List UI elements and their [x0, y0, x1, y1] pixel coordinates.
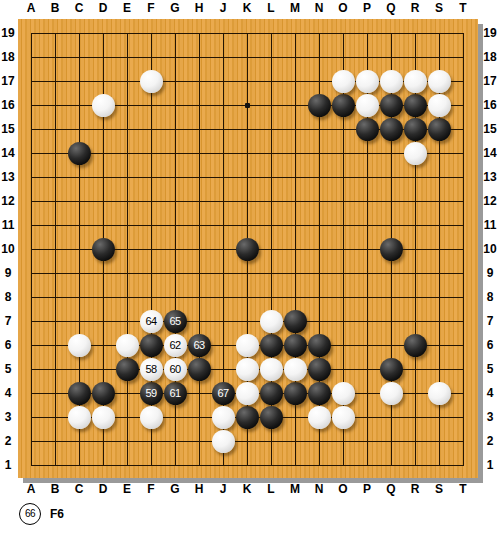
col-label-top-H: H — [195, 1, 204, 15]
grid-line-row-13 — [31, 177, 464, 178]
col-label-top-O: O — [338, 1, 347, 15]
move-caption: 66 F6 — [19, 502, 64, 525]
row-label-right-18: 18 — [483, 50, 496, 64]
caption-move-number: 66 — [25, 508, 35, 519]
col-label-top-J: J — [220, 1, 227, 15]
stone-black-P15 — [356, 118, 379, 141]
row-label-left-18: 18 — [1, 50, 14, 64]
row-label-right-1: 1 — [487, 458, 494, 472]
col-label-top-G: G — [170, 1, 179, 15]
stone-black-G4: 61 — [164, 382, 187, 405]
stone-white-F5: 58 — [140, 358, 163, 381]
stone-white-J2 — [212, 430, 235, 453]
col-label-top-C: C — [75, 1, 84, 15]
row-label-right-5: 5 — [487, 362, 494, 376]
row-label-left-12: 12 — [1, 194, 14, 208]
col-label-top-K: K — [243, 1, 252, 15]
col-label-bottom-L: L — [267, 482, 274, 496]
row-label-right-4: 4 — [487, 386, 494, 400]
stone-white-S4 — [428, 382, 451, 405]
caption-coordinate: F6 — [50, 507, 64, 521]
col-label-bottom-C: C — [75, 482, 84, 496]
col-label-top-L: L — [267, 1, 274, 15]
stone-black-C4 — [68, 382, 91, 405]
col-label-top-M: M — [290, 1, 300, 15]
col-label-top-T: T — [459, 1, 466, 15]
stone-white-O17 — [332, 70, 355, 93]
stone-white-O4 — [332, 382, 355, 405]
col-label-bottom-B: B — [51, 482, 60, 496]
row-label-left-11: 11 — [2, 218, 15, 232]
row-label-left-13: 13 — [1, 170, 14, 184]
stone-black-N6 — [308, 334, 331, 357]
row-label-right-3: 3 — [487, 410, 494, 424]
stone-white-P16 — [356, 94, 379, 117]
stone-black-H5 — [188, 358, 211, 381]
stone-white-D16 — [92, 94, 115, 117]
stone-black-Q16 — [380, 94, 403, 117]
stone-white-E6 — [116, 334, 139, 357]
col-label-bottom-H: H — [195, 482, 204, 496]
stone-black-L6 — [260, 334, 283, 357]
grid-line-row-8 — [31, 297, 464, 298]
stone-white-K6 — [236, 334, 259, 357]
row-label-right-17: 17 — [483, 74, 496, 88]
row-label-left-6: 6 — [5, 338, 12, 352]
row-label-left-4: 4 — [5, 386, 12, 400]
stone-white-G5: 60 — [164, 358, 187, 381]
go-diagram-page: AABBCCDDEEFFGGHHJJKKLLMMNNOOPPQQRRSSTT19… — [0, 0, 500, 537]
stone-white-Q4 — [380, 382, 403, 405]
col-label-bottom-J: J — [220, 482, 227, 496]
stone-black-Q10 — [380, 238, 403, 261]
stone-white-L7 — [260, 310, 283, 333]
stone-black-S15 — [428, 118, 451, 141]
grid-line-row-7 — [31, 321, 464, 322]
stone-black-L4 — [260, 382, 283, 405]
row-label-right-16: 16 — [483, 98, 496, 112]
grid-line-row-19 — [31, 33, 464, 34]
stone-black-M6 — [284, 334, 307, 357]
col-label-bottom-P: P — [363, 482, 371, 496]
grid-line-row-2 — [31, 441, 464, 442]
grid-line-row-1 — [31, 465, 464, 466]
col-label-top-Q: Q — [386, 1, 395, 15]
col-label-bottom-A: A — [27, 482, 36, 496]
grid-line-row-9 — [31, 273, 464, 274]
row-label-right-8: 8 — [487, 290, 494, 304]
row-label-left-14: 14 — [1, 146, 14, 160]
row-label-right-14: 14 — [483, 146, 496, 160]
row-label-right-10: 10 — [483, 242, 496, 256]
row-label-left-7: 7 — [5, 314, 12, 328]
row-label-right-12: 12 — [483, 194, 496, 208]
stone-black-M4 — [284, 382, 307, 405]
grid-line-row-12 — [31, 201, 464, 202]
stone-black-Q15 — [380, 118, 403, 141]
row-label-right-7: 7 — [487, 314, 494, 328]
stone-white-D3 — [92, 406, 115, 429]
stone-white-F7: 64 — [140, 310, 163, 333]
col-label-top-N: N — [315, 1, 324, 15]
col-label-bottom-Q: Q — [386, 482, 395, 496]
stone-black-C14 — [68, 142, 91, 165]
col-label-top-D: D — [99, 1, 108, 15]
row-label-left-17: 17 — [1, 74, 14, 88]
stone-white-M5 — [284, 358, 307, 381]
row-label-left-5: 5 — [5, 362, 12, 376]
stone-white-R17 — [404, 70, 427, 93]
stone-black-F4: 59 — [140, 382, 163, 405]
stone-white-N3 — [308, 406, 331, 429]
col-label-top-F: F — [147, 1, 154, 15]
row-label-right-9: 9 — [487, 266, 494, 280]
col-label-bottom-D: D — [99, 482, 108, 496]
stone-white-F3 — [140, 406, 163, 429]
stone-black-J4: 67 — [212, 382, 235, 405]
stone-black-D4 — [92, 382, 115, 405]
row-label-left-19: 19 — [1, 26, 14, 40]
stone-black-R6 — [404, 334, 427, 357]
row-label-left-10: 10 — [1, 242, 14, 256]
col-label-bottom-G: G — [170, 482, 179, 496]
stone-black-K3 — [236, 406, 259, 429]
col-label-top-S: S — [435, 1, 443, 15]
stone-black-Q5 — [380, 358, 403, 381]
stone-white-L5 — [260, 358, 283, 381]
star-point-K16 — [245, 103, 250, 108]
row-label-right-11: 11 — [484, 218, 497, 232]
col-label-bottom-R: R — [411, 482, 420, 496]
stone-white-J3 — [212, 406, 235, 429]
row-label-left-1: 1 — [5, 458, 12, 472]
stone-black-N16 — [308, 94, 331, 117]
stone-white-F17 — [140, 70, 163, 93]
stone-black-R16 — [404, 94, 427, 117]
col-label-bottom-E: E — [123, 482, 131, 496]
row-label-left-2: 2 — [5, 434, 12, 448]
row-label-left-15: 15 — [1, 122, 14, 136]
stone-black-G7: 65 — [164, 310, 187, 333]
stone-black-K10 — [236, 238, 259, 261]
stone-black-F6 — [140, 334, 163, 357]
stone-black-O16 — [332, 94, 355, 117]
caption-stone-icon: 66 — [19, 503, 41, 525]
row-label-left-8: 8 — [5, 290, 12, 304]
stone-black-M7 — [284, 310, 307, 333]
stone-black-H6: 63 — [188, 334, 211, 357]
stone-white-C6 — [68, 334, 91, 357]
stone-black-L3 — [260, 406, 283, 429]
stone-white-O3 — [332, 406, 355, 429]
stone-white-P17 — [356, 70, 379, 93]
col-label-top-R: R — [411, 1, 420, 15]
col-label-bottom-K: K — [243, 482, 252, 496]
col-label-top-B: B — [51, 1, 60, 15]
stone-white-S17 — [428, 70, 451, 93]
col-label-bottom-O: O — [338, 482, 347, 496]
grid-line-row-18 — [31, 57, 464, 58]
stone-black-E5 — [116, 358, 139, 381]
stone-white-R14 — [404, 142, 427, 165]
row-label-right-19: 19 — [483, 26, 496, 40]
go-board[interactable]: 656359616764625860 — [18, 19, 478, 478]
stone-white-G6: 62 — [164, 334, 187, 357]
stone-black-N5 — [308, 358, 331, 381]
stone-white-K4 — [236, 382, 259, 405]
stone-white-Q17 — [380, 70, 403, 93]
stone-white-C3 — [68, 406, 91, 429]
stone-black-R15 — [404, 118, 427, 141]
row-label-left-3: 3 — [5, 410, 12, 424]
stone-white-K5 — [236, 358, 259, 381]
col-label-bottom-F: F — [147, 482, 154, 496]
col-label-bottom-S: S — [435, 482, 443, 496]
col-label-bottom-T: T — [459, 482, 466, 496]
row-label-left-16: 16 — [1, 98, 14, 112]
row-label-right-6: 6 — [487, 338, 494, 352]
row-label-right-15: 15 — [483, 122, 496, 136]
col-label-top-P: P — [363, 1, 371, 15]
grid-line-row-11 — [31, 225, 464, 226]
col-label-top-A: A — [27, 1, 36, 15]
col-label-bottom-N: N — [315, 482, 324, 496]
stone-white-S16 — [428, 94, 451, 117]
row-label-left-9: 9 — [5, 266, 12, 280]
stone-black-N4 — [308, 382, 331, 405]
stone-black-D10 — [92, 238, 115, 261]
row-label-right-2: 2 — [487, 434, 494, 448]
grid-line-row-14 — [31, 153, 464, 154]
col-label-bottom-M: M — [290, 482, 300, 496]
row-label-right-13: 13 — [483, 170, 496, 184]
col-label-top-E: E — [123, 1, 131, 15]
